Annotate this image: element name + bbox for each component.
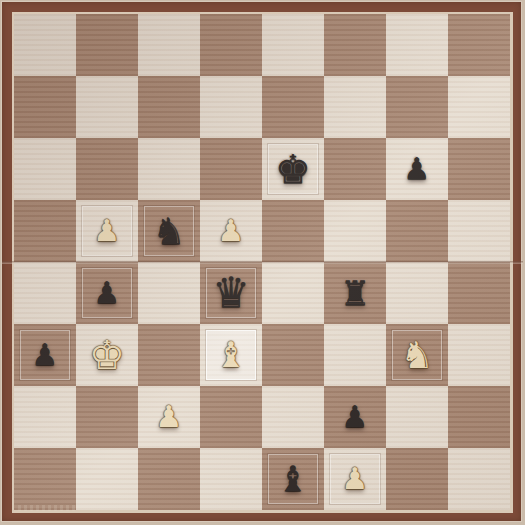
black-bishop-e1: ♝ [262,448,324,510]
square-g3[interactable]: ♞ [386,324,448,386]
square-h6[interactable] [448,138,510,200]
white-pawn-c2: ♟ [138,386,200,448]
square-c5[interactable]: ♞ [138,200,200,262]
square-d6[interactable] [200,138,262,200]
square-b2[interactable] [76,386,138,448]
square-f7[interactable] [324,76,386,138]
square-e6[interactable]: ♚ [262,138,324,200]
square-g6[interactable]: ♟ [386,138,448,200]
square-c4[interactable] [138,262,200,324]
square-c3[interactable] [138,324,200,386]
square-d2[interactable] [200,386,262,448]
square-b8[interactable] [76,14,138,76]
square-a6[interactable] [14,138,76,200]
square-f6[interactable] [324,138,386,200]
black-pawn-g6: ♟ [386,138,448,200]
square-a1[interactable] [14,448,76,510]
square-d7[interactable] [200,76,262,138]
square-h8[interactable] [448,14,510,76]
square-b7[interactable] [76,76,138,138]
square-g7[interactable] [386,76,448,138]
square-a4[interactable] [14,262,76,324]
square-b6[interactable] [76,138,138,200]
square-d1[interactable] [200,448,262,510]
square-c2[interactable]: ♟ [138,386,200,448]
white-pawn-b5: ♟ [76,200,138,262]
square-e1[interactable]: ♝ [262,448,324,510]
square-h1[interactable] [448,448,510,510]
chess-board: ♚♟♟♞♟♟♛♜♟♚♝♞♟♟♝♟ [14,14,510,510]
square-g2[interactable] [386,386,448,448]
black-pawn-a3: ♟ [14,324,76,386]
square-d3[interactable]: ♝ [200,324,262,386]
square-h3[interactable] [448,324,510,386]
white-king-b3: ♚ [76,324,138,386]
square-h7[interactable] [448,76,510,138]
square-c6[interactable] [138,138,200,200]
square-d5[interactable]: ♟ [200,200,262,262]
square-a3[interactable]: ♟ [14,324,76,386]
square-e7[interactable] [262,76,324,138]
square-d4[interactable]: ♛ [200,262,262,324]
square-a8[interactable] [14,14,76,76]
black-pawn-f2: ♟ [324,386,386,448]
square-a2[interactable] [14,386,76,448]
square-g8[interactable] [386,14,448,76]
black-queen-d4: ♛ [200,262,262,324]
black-rook-f4: ♜ [324,262,386,324]
square-d8[interactable] [200,14,262,76]
square-f3[interactable] [324,324,386,386]
square-b5[interactable]: ♟ [76,200,138,262]
square-h2[interactable] [448,386,510,448]
square-f1[interactable]: ♟ [324,448,386,510]
square-c7[interactable] [138,76,200,138]
square-f5[interactable] [324,200,386,262]
square-e3[interactable] [262,324,324,386]
white-pawn-d5: ♟ [200,200,262,262]
white-pawn-f1: ♟ [324,448,386,510]
square-e2[interactable] [262,386,324,448]
square-a7[interactable] [14,76,76,138]
black-pawn-b4: ♟ [76,262,138,324]
square-b4[interactable]: ♟ [76,262,138,324]
black-king-e6: ♚ [262,138,324,200]
square-c1[interactable] [138,448,200,510]
square-b3[interactable]: ♚ [76,324,138,386]
square-f4[interactable]: ♜ [324,262,386,324]
square-g5[interactable] [386,200,448,262]
square-f2[interactable]: ♟ [324,386,386,448]
white-bishop-d3: ♝ [200,324,262,386]
square-h4[interactable] [448,262,510,324]
black-knight-c5: ♞ [138,200,200,262]
square-f8[interactable] [324,14,386,76]
square-e4[interactable] [262,262,324,324]
square-e5[interactable] [262,200,324,262]
square-e8[interactable] [262,14,324,76]
square-a5[interactable] [14,200,76,262]
square-b1[interactable] [76,448,138,510]
square-c8[interactable] [138,14,200,76]
white-knight-g3: ♞ [386,324,448,386]
square-g1[interactable] [386,448,448,510]
square-g4[interactable] [386,262,448,324]
square-h5[interactable] [448,200,510,262]
board-photo: ♚♟♟♞♟♟♛♜♟♚♝♞♟♟♝♟ [0,0,525,525]
